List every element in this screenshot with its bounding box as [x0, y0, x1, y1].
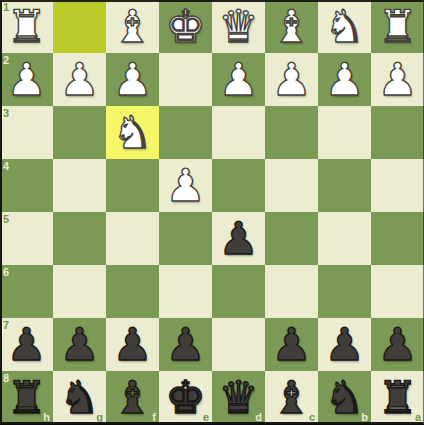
square-a4[interactable] [371, 159, 424, 212]
white-queen-piece[interactable]: ♛ [212, 0, 265, 53]
black-pawn-piece[interactable]: ♟ [212, 212, 265, 265]
white-rook-piece[interactable]: ♜ [371, 0, 424, 53]
square-d1[interactable]: ♛ [212, 0, 265, 53]
square-f7[interactable]: ♟ [106, 318, 159, 371]
white-pawn-piece[interactable]: ♟ [0, 53, 53, 106]
square-d2[interactable]: ♟ [212, 53, 265, 106]
square-b4[interactable] [318, 159, 371, 212]
square-h1[interactable]: 1♜ [0, 0, 53, 53]
square-c8[interactable]: c♝ [265, 371, 318, 424]
square-f1[interactable]: ♝ [106, 0, 159, 53]
white-king-piece[interactable]: ♚ [159, 0, 212, 53]
square-b8[interactable]: b♞ [318, 371, 371, 424]
black-pawn-piece[interactable]: ♟ [53, 318, 106, 371]
white-bishop-piece[interactable]: ♝ [106, 0, 159, 53]
square-a3[interactable] [371, 106, 424, 159]
square-f3[interactable]: ♞ [106, 106, 159, 159]
square-c1[interactable]: ♝ [265, 0, 318, 53]
square-e4[interactable]: ♟ [159, 159, 212, 212]
square-f8[interactable]: f♝ [106, 371, 159, 424]
white-pawn-piece[interactable]: ♟ [212, 53, 265, 106]
black-pawn-piece[interactable]: ♟ [106, 318, 159, 371]
square-c2[interactable]: ♟ [265, 53, 318, 106]
square-b6[interactable] [318, 265, 371, 318]
square-d5[interactable]: ♟ [212, 212, 265, 265]
square-h8[interactable]: 8h♜ [0, 371, 53, 424]
square-a8[interactable]: a♜ [371, 371, 424, 424]
black-pawn-piece[interactable]: ♟ [318, 318, 371, 371]
square-c6[interactable] [265, 265, 318, 318]
square-h4[interactable]: 4 [0, 159, 53, 212]
square-e1[interactable]: ♚ [159, 0, 212, 53]
square-h6[interactable]: 6 [0, 265, 53, 318]
square-g3[interactable] [53, 106, 106, 159]
square-h5[interactable]: 5 [0, 212, 53, 265]
rank-label-5: 5 [3, 213, 9, 225]
square-d3[interactable] [212, 106, 265, 159]
square-a1[interactable]: ♜ [371, 0, 424, 53]
black-knight-piece[interactable]: ♞ [53, 371, 106, 424]
black-rook-piece[interactable]: ♜ [0, 371, 53, 424]
black-pawn-piece[interactable]: ♟ [0, 318, 53, 371]
white-pawn-piece[interactable]: ♟ [106, 53, 159, 106]
square-h2[interactable]: 2♟ [0, 53, 53, 106]
white-knight-piece[interactable]: ♞ [106, 106, 159, 159]
square-e5[interactable] [159, 212, 212, 265]
square-b3[interactable] [318, 106, 371, 159]
black-bishop-piece[interactable]: ♝ [265, 371, 318, 424]
square-g2[interactable]: ♟ [53, 53, 106, 106]
square-c5[interactable] [265, 212, 318, 265]
black-pawn-piece[interactable]: ♟ [371, 318, 424, 371]
white-pawn-piece[interactable]: ♟ [371, 53, 424, 106]
white-pawn-piece[interactable]: ♟ [159, 159, 212, 212]
square-h3[interactable]: 3 [0, 106, 53, 159]
black-bishop-piece[interactable]: ♝ [106, 371, 159, 424]
white-rook-piece[interactable]: ♜ [0, 0, 53, 53]
square-f4[interactable] [106, 159, 159, 212]
square-c7[interactable]: ♟ [265, 318, 318, 371]
square-b7[interactable]: ♟ [318, 318, 371, 371]
black-pawn-piece[interactable]: ♟ [265, 318, 318, 371]
square-c4[interactable] [265, 159, 318, 212]
square-e6[interactable] [159, 265, 212, 318]
white-pawn-piece[interactable]: ♟ [265, 53, 318, 106]
black-rook-piece[interactable]: ♜ [371, 371, 424, 424]
square-d4[interactable] [212, 159, 265, 212]
square-a2[interactable]: ♟ [371, 53, 424, 106]
white-pawn-piece[interactable]: ♟ [53, 53, 106, 106]
board-grid: 1♜♝♚♛♝♞♜2♟♟♟♟♟♟♟3♞4♟5♟67♟♟♟♟♟♟♟8h♜g♞f♝e♚… [0, 0, 424, 424]
square-d6[interactable] [212, 265, 265, 318]
square-g7[interactable]: ♟ [53, 318, 106, 371]
square-c3[interactable] [265, 106, 318, 159]
black-knight-piece[interactable]: ♞ [318, 371, 371, 424]
square-a5[interactable] [371, 212, 424, 265]
square-g4[interactable] [53, 159, 106, 212]
white-bishop-piece[interactable]: ♝ [265, 0, 318, 53]
square-a7[interactable]: ♟ [371, 318, 424, 371]
square-e8[interactable]: e♚ [159, 371, 212, 424]
chess-board: 1♜♝♚♛♝♞♜2♟♟♟♟♟♟♟3♞4♟5♟67♟♟♟♟♟♟♟8h♜g♞f♝e♚… [0, 0, 424, 424]
square-f6[interactable] [106, 265, 159, 318]
square-b1[interactable]: ♞ [318, 0, 371, 53]
square-g8[interactable]: g♞ [53, 371, 106, 424]
black-king-piece[interactable]: ♚ [159, 371, 212, 424]
square-g5[interactable] [53, 212, 106, 265]
square-b2[interactable]: ♟ [318, 53, 371, 106]
square-g1[interactable] [53, 0, 106, 53]
rank-label-4: 4 [3, 160, 9, 172]
white-knight-piece[interactable]: ♞ [318, 0, 371, 53]
rank-label-3: 3 [3, 107, 9, 119]
black-pawn-piece[interactable]: ♟ [159, 318, 212, 371]
square-d7[interactable] [212, 318, 265, 371]
square-a6[interactable] [371, 265, 424, 318]
square-e7[interactable]: ♟ [159, 318, 212, 371]
square-f5[interactable] [106, 212, 159, 265]
square-f2[interactable]: ♟ [106, 53, 159, 106]
square-b5[interactable] [318, 212, 371, 265]
square-d8[interactable]: d♛ [212, 371, 265, 424]
square-h7[interactable]: 7♟ [0, 318, 53, 371]
rank-label-6: 6 [3, 266, 9, 278]
square-g6[interactable] [53, 265, 106, 318]
square-e3[interactable] [159, 106, 212, 159]
white-pawn-piece[interactable]: ♟ [318, 53, 371, 106]
square-e2[interactable] [159, 53, 212, 106]
black-queen-piece[interactable]: ♛ [212, 371, 265, 424]
